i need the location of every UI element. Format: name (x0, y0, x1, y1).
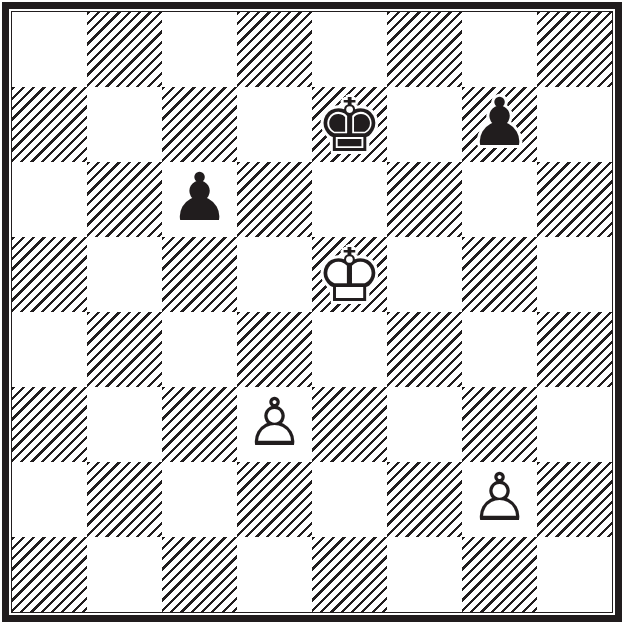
square-f2[interactable] (387, 462, 462, 537)
square-a1[interactable] (12, 537, 87, 612)
square-a3[interactable] (12, 387, 87, 462)
square-a7[interactable] (12, 87, 87, 162)
square-a5[interactable] (12, 237, 87, 312)
square-g6[interactable] (462, 162, 537, 237)
square-b8[interactable] (87, 12, 162, 87)
square-g7[interactable]: ♟ (462, 87, 537, 162)
square-d2[interactable] (237, 462, 312, 537)
square-g1[interactable] (462, 537, 537, 612)
square-f3[interactable] (387, 387, 462, 462)
square-a4[interactable] (12, 312, 87, 387)
square-d6[interactable] (237, 162, 312, 237)
square-h4[interactable] (537, 312, 612, 387)
square-e1[interactable] (312, 537, 387, 612)
black-pawn: ♟ (162, 162, 237, 237)
square-e3[interactable] (312, 387, 387, 462)
square-g8[interactable] (462, 12, 537, 87)
white-king-fill: ♚ (312, 237, 387, 312)
white-pawn-fill: ♟ (237, 387, 312, 462)
black-king: ♚ (312, 87, 387, 162)
square-b3[interactable] (87, 387, 162, 462)
square-c5[interactable] (162, 237, 237, 312)
square-h2[interactable] (537, 462, 612, 537)
square-f6[interactable] (387, 162, 462, 237)
square-h7[interactable] (537, 87, 612, 162)
square-e4[interactable] (312, 312, 387, 387)
square-d1[interactable] (237, 537, 312, 612)
square-e6[interactable] (312, 162, 387, 237)
square-g4[interactable] (462, 312, 537, 387)
square-f1[interactable] (387, 537, 462, 612)
square-b5[interactable] (87, 237, 162, 312)
white-king: ♔ (312, 237, 387, 312)
black-pawn: ♟ (462, 87, 537, 162)
square-c2[interactable] (162, 462, 237, 537)
square-e7[interactable]: ♚ (312, 87, 387, 162)
square-d3[interactable]: ♟♙ (237, 387, 312, 462)
square-d5[interactable] (237, 237, 312, 312)
white-pawn: ♙ (462, 462, 537, 537)
square-e2[interactable] (312, 462, 387, 537)
square-a8[interactable] (12, 12, 87, 87)
square-e5[interactable]: ♚♔ (312, 237, 387, 312)
square-a2[interactable] (12, 462, 87, 537)
square-d7[interactable] (237, 87, 312, 162)
square-f7[interactable] (387, 87, 462, 162)
square-g2[interactable]: ♟♙ (462, 462, 537, 537)
square-g5[interactable] (462, 237, 537, 312)
square-c4[interactable] (162, 312, 237, 387)
square-b1[interactable] (87, 537, 162, 612)
square-d8[interactable] (237, 12, 312, 87)
square-e8[interactable] (312, 12, 387, 87)
square-c8[interactable] (162, 12, 237, 87)
square-c6[interactable]: ♟ (162, 162, 237, 237)
square-g3[interactable] (462, 387, 537, 462)
square-f4[interactable] (387, 312, 462, 387)
white-pawn-fill: ♟ (462, 462, 537, 537)
chessboard: ♚♟♟♚♔♟♙♟♙ (11, 11, 613, 613)
square-f5[interactable] (387, 237, 462, 312)
square-h1[interactable] (537, 537, 612, 612)
board-frame: ♚♟♟♚♔♟♙♟♙ (2, 2, 622, 622)
square-c7[interactable] (162, 87, 237, 162)
square-h6[interactable] (537, 162, 612, 237)
square-d4[interactable] (237, 312, 312, 387)
white-pawn: ♙ (237, 387, 312, 462)
square-a6[interactable] (12, 162, 87, 237)
square-h3[interactable] (537, 387, 612, 462)
square-f8[interactable] (387, 12, 462, 87)
square-b4[interactable] (87, 312, 162, 387)
square-h8[interactable] (537, 12, 612, 87)
square-b7[interactable] (87, 87, 162, 162)
square-h5[interactable] (537, 237, 612, 312)
square-c1[interactable] (162, 537, 237, 612)
square-c3[interactable] (162, 387, 237, 462)
square-b2[interactable] (87, 462, 162, 537)
square-b6[interactable] (87, 162, 162, 237)
